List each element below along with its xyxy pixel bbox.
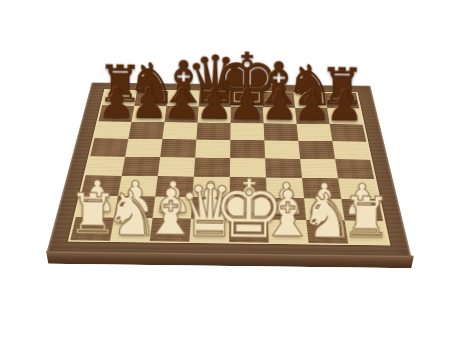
square-d5[interactable] (195, 140, 230, 158)
chess-set: ♜♞♝♛♚♝♞♜♟♟♟♟♟♟♟♟♟♟♟♟♟♟♟♟♜♞♝♛♚♝♞♜ (0, 0, 450, 338)
square-e5[interactable] (230, 140, 265, 158)
square-g5[interactable] (298, 141, 335, 159)
square-a5[interactable] (90, 138, 128, 156)
black-pawn-h7[interactable]: ♟ (326, 85, 364, 127)
white-rook-h1[interactable]: ♜ (341, 190, 392, 246)
product-photo-background: ♜♞♝♛♚♝♞♜♟♟♟♟♟♟♟♟♟♟♟♟♟♟♟♟♜♞♝♛♚♝♞♜ (0, 0, 450, 338)
square-b5[interactable] (125, 139, 162, 157)
square-h5[interactable] (332, 141, 370, 159)
square-c5[interactable] (160, 139, 196, 157)
square-f5[interactable] (264, 140, 300, 158)
